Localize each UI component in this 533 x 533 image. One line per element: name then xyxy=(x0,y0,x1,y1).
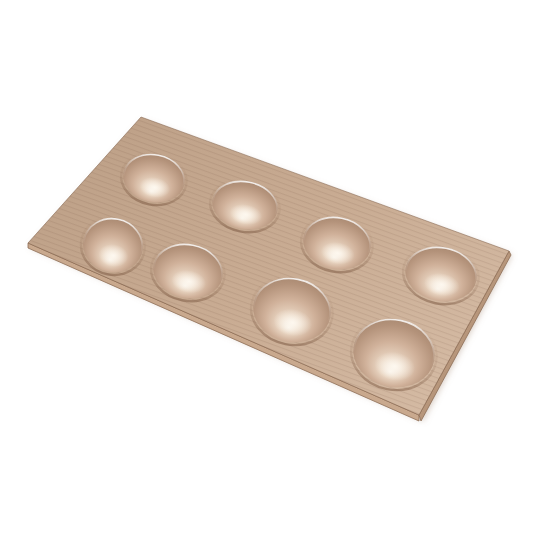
product-photo xyxy=(0,0,533,533)
scene-canvas xyxy=(0,0,533,533)
